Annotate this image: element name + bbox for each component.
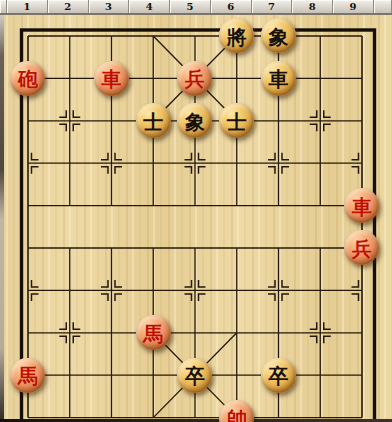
piece-red-chariot[interactable]: 車 [344, 188, 379, 223]
piece-glyph: 馬 [143, 323, 163, 343]
window-left-edge [0, 15, 4, 422]
ruler-col-9: 9 [333, 0, 374, 13]
piece-layer: 將象砲車兵車士象士車兵馬馬卒卒帥 [7, 15, 383, 422]
piece-glyph: 卒 [268, 366, 288, 386]
ruler-col-2: 2 [48, 0, 89, 13]
ruler-corner-stub [0, 0, 7, 13]
piece-red-cannon[interactable]: 砲 [10, 61, 45, 96]
piece-black-elephant[interactable]: 象 [177, 103, 212, 138]
ruler-col-4: 4 [129, 0, 170, 13]
piece-black-general[interactable]: 將 [219, 18, 254, 53]
piece-glyph: 象 [185, 111, 205, 131]
xiangqi-app-window: 1 2 3 4 5 6 7 8 9 將象砲車兵車士象士車兵馬馬卒卒帥 [0, 0, 392, 422]
piece-red-soldier[interactable]: 兵 [177, 61, 212, 96]
piece-black-soldier[interactable]: 卒 [261, 358, 296, 393]
piece-glyph: 兵 [352, 238, 372, 258]
ruler-col-1: 1 [7, 0, 48, 13]
piece-glyph: 卒 [185, 366, 205, 386]
piece-red-general[interactable]: 帥 [219, 400, 254, 422]
piece-glyph: 士 [227, 111, 247, 131]
ruler-right-stub [374, 0, 392, 13]
piece-black-elephant[interactable]: 象 [261, 18, 296, 53]
piece-glyph: 車 [352, 196, 372, 216]
ruler-col-5: 5 [170, 0, 211, 13]
column-ruler: 1 2 3 4 5 6 7 8 9 [0, 0, 392, 15]
piece-glyph: 車 [101, 69, 121, 89]
piece-glyph: 馬 [18, 366, 38, 386]
piece-red-chariot[interactable]: 車 [94, 61, 129, 96]
piece-red-soldier[interactable]: 兵 [344, 230, 379, 265]
piece-glyph: 士 [143, 111, 163, 131]
piece-glyph: 帥 [227, 408, 247, 422]
piece-glyph: 兵 [185, 69, 205, 89]
ruler-col-7: 7 [252, 0, 293, 13]
ruler-col-8: 8 [292, 0, 333, 13]
ruler-col-6: 6 [211, 0, 252, 13]
piece-black-advisor[interactable]: 士 [136, 103, 171, 138]
piece-glyph: 將 [227, 26, 247, 46]
ruler-col-3: 3 [89, 0, 130, 13]
piece-red-horse[interactable]: 馬 [136, 315, 171, 350]
piece-black-advisor[interactable]: 士 [219, 103, 254, 138]
piece-black-chariot[interactable]: 車 [261, 61, 296, 96]
piece-glyph: 象 [268, 26, 288, 46]
piece-glyph: 車 [268, 69, 288, 89]
piece-black-soldier[interactable]: 卒 [177, 358, 212, 393]
piece-glyph: 砲 [18, 69, 38, 89]
piece-red-horse[interactable]: 馬 [10, 358, 45, 393]
